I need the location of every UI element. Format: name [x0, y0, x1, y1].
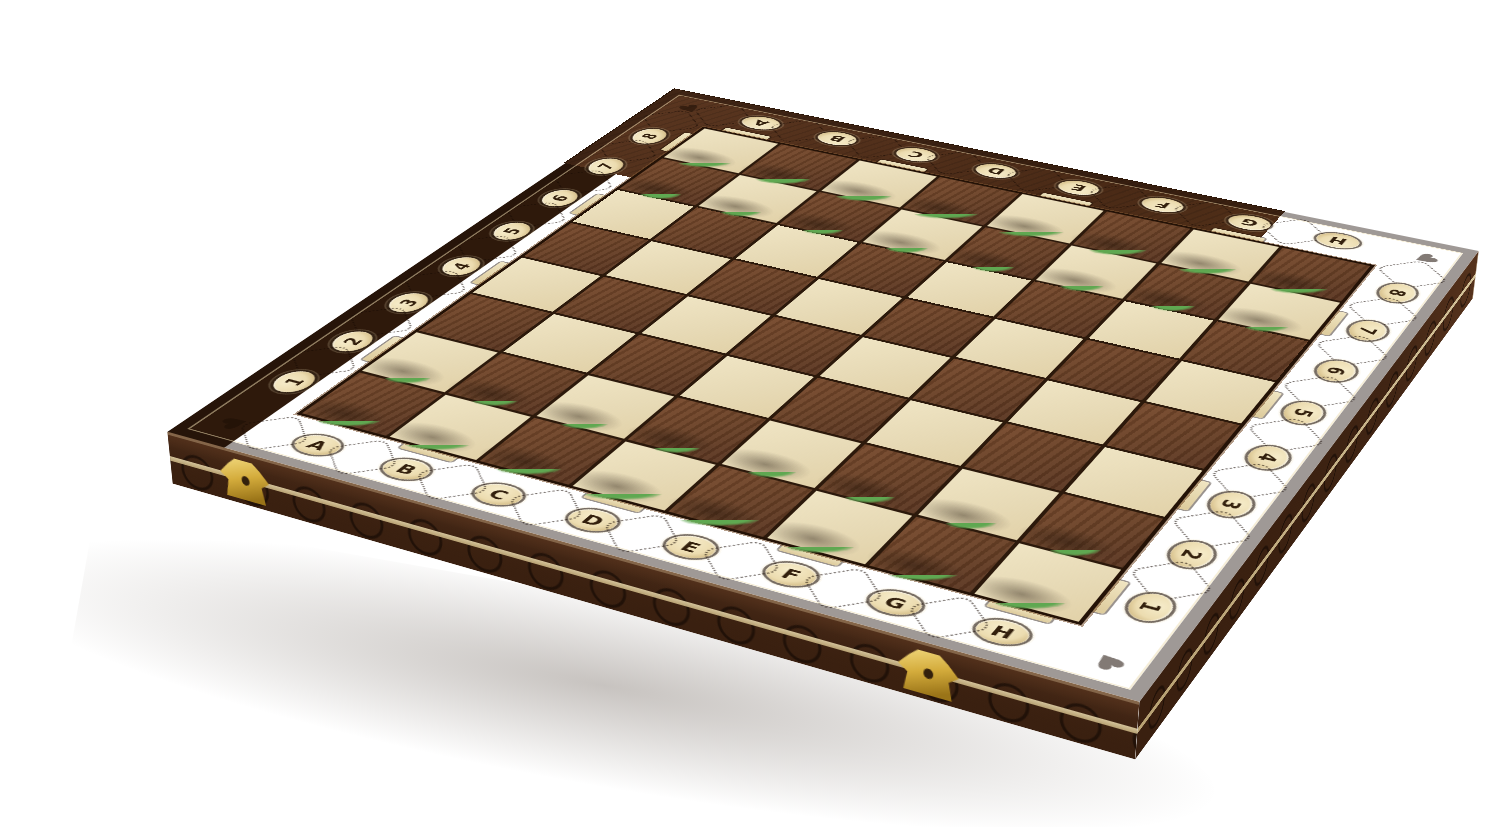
coordinate-label: D	[561, 505, 626, 535]
heart-scroll-icon: ♥	[215, 413, 256, 431]
coordinate-label: 1	[1120, 589, 1180, 625]
coordinate-label: F	[758, 558, 824, 590]
heart-scroll-icon: ♥	[1085, 647, 1132, 674]
coordinate-label: H	[969, 615, 1037, 649]
coordinate-label: 4	[1241, 442, 1295, 472]
photo-canvas: ♥ ♥ ♥ ♥ ABCDEFGH ABCDEFGH 87654321 87654…	[0, 0, 1500, 827]
coordinate-label: A	[286, 431, 349, 458]
coordinate-label: 2	[1163, 537, 1221, 571]
coordinate-label: 6	[1311, 357, 1361, 384]
white-rook-h1[interactable]: ♜	[952, 444, 1108, 609]
coordinate-label: 3	[1203, 488, 1259, 520]
board-top: ♥ ♥ ♥ ♥ ABCDEFGH ABCDEFGH 87654321 87654…	[167, 89, 1478, 701]
scene: ♥ ♥ ♥ ♥ ABCDEFGH ABCDEFGH 87654321 87654…	[0, 0, 1500, 827]
chess-box: ♥ ♥ ♥ ♥ ABCDEFGH ABCDEFGH 87654321 87654…	[167, 89, 1478, 701]
coordinate-label: 5	[1277, 398, 1329, 426]
coordinate-label: G	[862, 586, 929, 619]
coordinate-label: E	[658, 531, 724, 562]
coordinate-label: 7	[1343, 318, 1392, 344]
coordinate-label: C	[466, 479, 530, 508]
coordinate-label: H	[1312, 230, 1364, 251]
coordinate-label: B	[375, 455, 439, 483]
